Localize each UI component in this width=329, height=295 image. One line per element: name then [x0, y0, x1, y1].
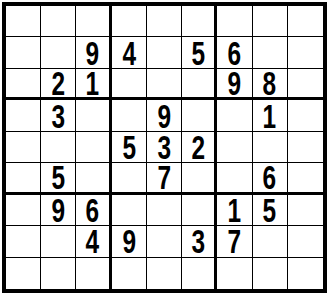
cell-r6c6[interactable] — [182, 163, 217, 194]
cell-r3c2[interactable]: 2 — [41, 69, 76, 100]
cell-r3c1[interactable] — [6, 69, 41, 100]
cell-digit: 3 — [157, 132, 171, 163]
cell-r6c2[interactable]: 5 — [41, 163, 76, 194]
cell-r5c6[interactable]: 2 — [182, 132, 217, 163]
cell-r7c9[interactable] — [288, 195, 323, 226]
cell-r9c4[interactable] — [112, 258, 147, 289]
cell-r2c9[interactable] — [288, 37, 323, 68]
cell-r5c8[interactable] — [253, 132, 288, 163]
cell-r6c4[interactable] — [112, 163, 147, 194]
cell-r6c9[interactable] — [288, 163, 323, 194]
cell-digit: 9 — [122, 226, 136, 257]
cell-r7c8[interactable]: 5 — [253, 195, 288, 226]
cell-digit: 5 — [191, 37, 205, 68]
cell-r7c1[interactable] — [6, 195, 41, 226]
cell-digit: 8 — [263, 69, 277, 100]
cell-digit: 1 — [263, 100, 277, 131]
cell-r4c5[interactable]: 9 — [147, 100, 182, 131]
cell-r9c1[interactable] — [6, 258, 41, 289]
cell-r1c4[interactable] — [112, 6, 147, 37]
cell-r6c8[interactable]: 6 — [253, 163, 288, 194]
cell-digit: 2 — [191, 132, 205, 163]
cell-r4c1[interactable] — [6, 100, 41, 131]
cell-digit: 4 — [122, 37, 136, 68]
cell-r7c4[interactable] — [112, 195, 147, 226]
cell-r5c3[interactable] — [76, 132, 111, 163]
cell-r3c4[interactable] — [112, 69, 147, 100]
cell-r7c5[interactable] — [147, 195, 182, 226]
cell-r7c6[interactable] — [182, 195, 217, 226]
cell-r7c7[interactable]: 1 — [217, 195, 252, 226]
cell-r3c7[interactable]: 9 — [217, 69, 252, 100]
cell-r4c4[interactable] — [112, 100, 147, 131]
cell-r9c2[interactable] — [41, 258, 76, 289]
cell-digit: 7 — [228, 226, 242, 257]
cell-r1c9[interactable] — [288, 6, 323, 37]
cell-digit: 9 — [86, 37, 100, 68]
cell-r6c5[interactable]: 7 — [147, 163, 182, 194]
cell-r1c1[interactable] — [6, 6, 41, 37]
cell-r2c5[interactable] — [147, 37, 182, 68]
cell-r7c2[interactable]: 9 — [41, 195, 76, 226]
cell-r8c7[interactable]: 7 — [217, 226, 252, 257]
cell-r2c1[interactable] — [6, 37, 41, 68]
cell-r8c8[interactable] — [253, 226, 288, 257]
cell-r4c8[interactable]: 1 — [253, 100, 288, 131]
cell-r8c3[interactable]: 4 — [76, 226, 111, 257]
cell-r1c7[interactable] — [217, 6, 252, 37]
cell-r5c9[interactable] — [288, 132, 323, 163]
sudoku-board: 9456219839153257696154937 — [2, 2, 327, 293]
cell-r6c7[interactable] — [217, 163, 252, 194]
cell-r4c7[interactable] — [217, 100, 252, 131]
cell-r3c5[interactable] — [147, 69, 182, 100]
cell-digit: 5 — [52, 163, 66, 194]
cell-r1c5[interactable] — [147, 6, 182, 37]
cell-r8c5[interactable] — [147, 226, 182, 257]
cell-r5c4[interactable]: 5 — [112, 132, 147, 163]
cell-r3c6[interactable] — [182, 69, 217, 100]
cell-r1c6[interactable] — [182, 6, 217, 37]
cell-r8c6[interactable]: 3 — [182, 226, 217, 257]
cell-r1c2[interactable] — [41, 6, 76, 37]
cell-r5c1[interactable] — [6, 132, 41, 163]
cell-r4c9[interactable] — [288, 100, 323, 131]
cell-digit: 6 — [263, 163, 277, 194]
cell-r8c2[interactable] — [41, 226, 76, 257]
cell-digit: 1 — [228, 195, 242, 226]
cell-r5c7[interactable] — [217, 132, 252, 163]
cell-digit: 3 — [191, 226, 205, 257]
cell-r8c1[interactable] — [6, 226, 41, 257]
cell-digit: 3 — [52, 100, 66, 131]
cell-r7c3[interactable]: 6 — [76, 195, 111, 226]
cell-r9c8[interactable] — [253, 258, 288, 289]
cell-r1c3[interactable] — [76, 6, 111, 37]
cell-digit: 1 — [86, 69, 100, 100]
cell-r3c9[interactable] — [288, 69, 323, 100]
cell-r6c3[interactable] — [76, 163, 111, 194]
page: 9456219839153257696154937 — [0, 0, 329, 295]
cell-r4c2[interactable]: 3 — [41, 100, 76, 131]
cell-digit: 2 — [52, 69, 66, 100]
cell-r2c8[interactable] — [253, 37, 288, 68]
cell-r2c4[interactable]: 4 — [112, 37, 147, 68]
cell-digit: 5 — [263, 195, 277, 226]
cell-digit: 9 — [52, 195, 66, 226]
cell-digit: 7 — [157, 163, 171, 194]
cell-r8c4[interactable]: 9 — [112, 226, 147, 257]
cell-r4c6[interactable] — [182, 100, 217, 131]
cell-r9c7[interactable] — [217, 258, 252, 289]
cell-r8c9[interactable] — [288, 226, 323, 257]
cell-r5c5[interactable]: 3 — [147, 132, 182, 163]
cell-digit: 6 — [86, 195, 100, 226]
cell-r5c2[interactable] — [41, 132, 76, 163]
cell-r3c8[interactable]: 8 — [253, 69, 288, 100]
cell-r9c9[interactable] — [288, 258, 323, 289]
cell-r2c3[interactable]: 9 — [76, 37, 111, 68]
cell-r9c3[interactable] — [76, 258, 111, 289]
cell-r2c6[interactable]: 5 — [182, 37, 217, 68]
cell-r1c8[interactable] — [253, 6, 288, 37]
cell-digit: 9 — [157, 100, 171, 131]
cell-r4c3[interactable] — [76, 100, 111, 131]
cell-digit: 9 — [228, 69, 242, 100]
cell-r9c6[interactable] — [182, 258, 217, 289]
cell-digit: 6 — [228, 37, 242, 68]
cell-r2c2[interactable] — [41, 37, 76, 68]
cell-r9c5[interactable] — [147, 258, 182, 289]
cell-r6c1[interactable] — [6, 163, 41, 194]
cell-digit: 4 — [86, 226, 100, 257]
cell-r3c3[interactable]: 1 — [76, 69, 111, 100]
cell-digit: 5 — [122, 132, 136, 163]
cell-r2c7[interactable]: 6 — [217, 37, 252, 68]
